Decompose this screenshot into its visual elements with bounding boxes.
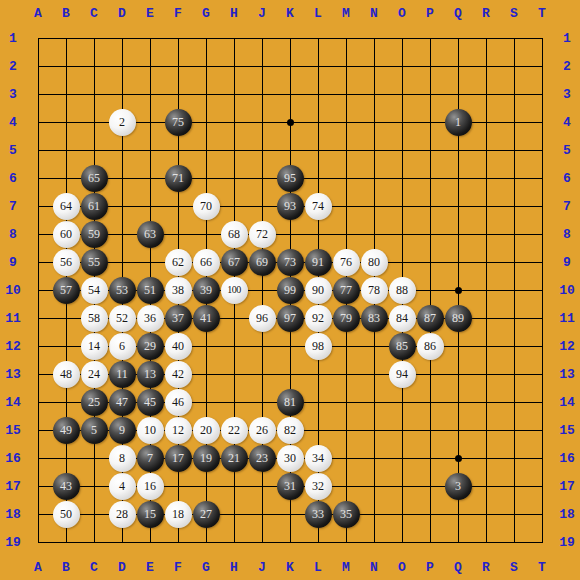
column-label: H — [220, 0, 248, 26]
row-label: 1 — [554, 24, 580, 52]
white-stone[interactable]: 100 — [221, 277, 248, 304]
white-stone[interactable]: 38 — [165, 277, 192, 304]
row-label: 1 — [0, 24, 26, 52]
column-label: P — [416, 0, 444, 26]
white-stone[interactable]: 30 — [277, 445, 304, 472]
black-stone[interactable]: 61 — [81, 193, 108, 220]
black-stone[interactable]: 53 — [109, 277, 136, 304]
black-stone[interactable]: 91 — [305, 249, 332, 276]
black-stone[interactable]: 37 — [165, 305, 192, 332]
black-stone[interactable]: 51 — [137, 277, 164, 304]
black-stone[interactable]: 9 — [109, 417, 136, 444]
column-label: T — [528, 554, 556, 580]
column-label: B — [52, 554, 80, 580]
column-label: K — [276, 0, 304, 26]
white-stone[interactable]: 10 — [137, 417, 164, 444]
star-point — [455, 287, 462, 294]
white-stone[interactable]: 40 — [165, 333, 192, 360]
row-label: 5 — [554, 136, 580, 164]
column-label: P — [416, 554, 444, 580]
column-label: E — [136, 0, 164, 26]
white-stone[interactable]: 6 — [109, 333, 136, 360]
row-label: 8 — [0, 220, 26, 248]
row-label: 15 — [554, 416, 580, 444]
white-stone[interactable]: 52 — [109, 305, 136, 332]
column-label: K — [276, 554, 304, 580]
white-stone[interactable]: 78 — [361, 277, 388, 304]
black-stone[interactable]: 95 — [277, 165, 304, 192]
column-label: R — [472, 0, 500, 26]
black-stone[interactable]: 77 — [333, 277, 360, 304]
column-label: C — [80, 0, 108, 26]
row-label: 9 — [554, 248, 580, 276]
black-stone[interactable]: 5 — [81, 417, 108, 444]
column-label: G — [192, 0, 220, 26]
black-stone[interactable]: 7 — [137, 445, 164, 472]
white-stone[interactable]: 54 — [81, 277, 108, 304]
column-label: O — [388, 554, 416, 580]
black-stone[interactable]: 89 — [445, 305, 472, 332]
column-label: O — [388, 0, 416, 26]
row-labels-right: 12345678910111213141516171819 — [554, 24, 580, 556]
black-stone[interactable]: 65 — [81, 165, 108, 192]
white-stone[interactable]: 84 — [389, 305, 416, 332]
row-label: 4 — [0, 108, 26, 136]
black-stone[interactable]: 59 — [81, 221, 108, 248]
black-stone[interactable]: 99 — [277, 277, 304, 304]
row-label: 6 — [0, 164, 26, 192]
row-label: 12 — [554, 332, 580, 360]
black-stone[interactable]: 85 — [389, 333, 416, 360]
white-stone[interactable]: 94 — [389, 361, 416, 388]
black-stone[interactable]: 23 — [249, 445, 276, 472]
column-label: G — [192, 554, 220, 580]
black-stone[interactable]: 33 — [305, 501, 332, 528]
row-label: 10 — [554, 276, 580, 304]
white-stone[interactable]: 48 — [53, 361, 80, 388]
row-label: 3 — [0, 80, 26, 108]
white-stone[interactable]: 26 — [249, 417, 276, 444]
black-stone[interactable]: 21 — [221, 445, 248, 472]
column-label: Q — [444, 554, 472, 580]
row-label: 4 — [554, 108, 580, 136]
row-label: 15 — [0, 416, 26, 444]
row-label: 2 — [554, 52, 580, 80]
black-stone[interactable]: 97 — [277, 305, 304, 332]
row-labels-left: 12345678910111213141516171819 — [0, 24, 26, 556]
column-label: E — [136, 554, 164, 580]
black-stone[interactable]: 67 — [221, 249, 248, 276]
white-stone[interactable]: 32 — [305, 473, 332, 500]
column-label: D — [108, 0, 136, 26]
black-stone[interactable]: 55 — [81, 249, 108, 276]
black-stone[interactable]: 57 — [53, 277, 80, 304]
column-label: N — [360, 554, 388, 580]
black-stone[interactable]: 17 — [165, 445, 192, 472]
row-label: 11 — [554, 304, 580, 332]
column-label: R — [472, 554, 500, 580]
black-stone[interactable]: 87 — [417, 305, 444, 332]
column-label: M — [332, 0, 360, 26]
row-label: 14 — [0, 388, 26, 416]
white-stone[interactable]: 72 — [249, 221, 276, 248]
black-stone[interactable]: 15 — [137, 501, 164, 528]
white-stone[interactable]: 34 — [305, 445, 332, 472]
white-stone[interactable]: 64 — [53, 193, 80, 220]
star-point — [455, 455, 462, 462]
white-stone[interactable]: 96 — [249, 305, 276, 332]
go-board-page: ABCDEFGHJKLMNOPQRST ABCDEFGHJKLMNOPQRST … — [0, 0, 580, 580]
white-stone[interactable]: 70 — [193, 193, 220, 220]
row-label: 13 — [0, 360, 26, 388]
white-stone[interactable]: 74 — [305, 193, 332, 220]
black-stone[interactable]: 27 — [193, 501, 220, 528]
white-stone[interactable]: 98 — [305, 333, 332, 360]
column-label: N — [360, 0, 388, 26]
row-label: 7 — [554, 192, 580, 220]
row-label: 9 — [0, 248, 26, 276]
white-stone[interactable]: 58 — [81, 305, 108, 332]
black-stone[interactable]: 47 — [109, 389, 136, 416]
column-label: Q — [444, 0, 472, 26]
white-stone[interactable]: 12 — [165, 417, 192, 444]
white-stone[interactable]: 18 — [165, 501, 192, 528]
white-stone[interactable]: 4 — [109, 473, 136, 500]
white-stone[interactable]: 90 — [305, 277, 332, 304]
column-label: J — [248, 554, 276, 580]
column-label: H — [220, 554, 248, 580]
row-label: 17 — [554, 472, 580, 500]
black-stone[interactable]: 31 — [277, 473, 304, 500]
black-stone[interactable]: 43 — [53, 473, 80, 500]
column-labels-bottom: ABCDEFGHJKLMNOPQRST — [24, 554, 556, 580]
white-stone[interactable]: 36 — [137, 305, 164, 332]
black-stone[interactable]: 71 — [165, 165, 192, 192]
black-stone[interactable]: 29 — [137, 333, 164, 360]
row-label: 19 — [0, 528, 26, 556]
column-label: A — [24, 554, 52, 580]
white-stone[interactable]: 8 — [109, 445, 136, 472]
black-stone[interactable]: 79 — [333, 305, 360, 332]
black-stone[interactable]: 93 — [277, 193, 304, 220]
row-label: 18 — [0, 500, 26, 528]
white-stone[interactable]: 86 — [417, 333, 444, 360]
column-label: L — [304, 0, 332, 26]
row-label: 14 — [554, 388, 580, 416]
row-label: 10 — [0, 276, 26, 304]
white-stone[interactable]: 68 — [221, 221, 248, 248]
black-stone[interactable]: 1 — [445, 109, 472, 136]
row-label: 5 — [0, 136, 26, 164]
column-label: S — [500, 554, 528, 580]
column-labels-top: ABCDEFGHJKLMNOPQRST — [24, 0, 556, 26]
column-label: J — [248, 0, 276, 26]
black-stone[interactable]: 39 — [193, 277, 220, 304]
column-label: T — [528, 0, 556, 26]
white-stone[interactable]: 24 — [81, 361, 108, 388]
column-label: L — [304, 554, 332, 580]
white-stone[interactable]: 56 — [53, 249, 80, 276]
white-stone[interactable]: 14 — [81, 333, 108, 360]
black-stone[interactable]: 83 — [361, 305, 388, 332]
go-board[interactable]: 1234567891011121314151617181920212223242… — [24, 24, 556, 556]
black-stone[interactable]: 13 — [137, 361, 164, 388]
black-stone[interactable]: 35 — [333, 501, 360, 528]
white-stone[interactable]: 22 — [221, 417, 248, 444]
column-label: M — [332, 554, 360, 580]
white-stone[interactable]: 2 — [109, 109, 136, 136]
white-stone[interactable]: 76 — [333, 249, 360, 276]
white-stone[interactable]: 28 — [109, 501, 136, 528]
white-stone[interactable]: 60 — [53, 221, 80, 248]
white-stone[interactable]: 62 — [165, 249, 192, 276]
column-label: S — [500, 0, 528, 26]
black-stone[interactable]: 69 — [249, 249, 276, 276]
white-stone[interactable]: 92 — [305, 305, 332, 332]
black-stone[interactable]: 81 — [277, 389, 304, 416]
white-stone[interactable]: 88 — [389, 277, 416, 304]
row-label: 3 — [554, 80, 580, 108]
black-stone[interactable]: 73 — [277, 249, 304, 276]
row-label: 13 — [554, 360, 580, 388]
black-stone[interactable]: 45 — [137, 389, 164, 416]
row-label: 18 — [554, 500, 580, 528]
white-stone[interactable]: 16 — [137, 473, 164, 500]
row-label: 19 — [554, 528, 580, 556]
star-point — [287, 119, 294, 126]
row-label: 16 — [0, 444, 26, 472]
row-label: 16 — [554, 444, 580, 472]
column-label: B — [52, 0, 80, 26]
row-label: 2 — [0, 52, 26, 80]
black-stone[interactable]: 75 — [165, 109, 192, 136]
row-label: 12 — [0, 332, 26, 360]
white-stone[interactable]: 82 — [277, 417, 304, 444]
row-label: 8 — [554, 220, 580, 248]
column-label: C — [80, 554, 108, 580]
black-stone[interactable]: 41 — [193, 305, 220, 332]
column-label: A — [24, 0, 52, 26]
row-label: 17 — [0, 472, 26, 500]
row-label: 6 — [554, 164, 580, 192]
column-label: F — [164, 0, 192, 26]
white-stone[interactable]: 66 — [193, 249, 220, 276]
black-stone[interactable]: 3 — [445, 473, 472, 500]
black-stone[interactable]: 49 — [53, 417, 80, 444]
black-stone[interactable]: 19 — [193, 445, 220, 472]
white-stone[interactable]: 46 — [165, 389, 192, 416]
row-label: 11 — [0, 304, 26, 332]
white-stone[interactable]: 80 — [361, 249, 388, 276]
white-stone[interactable]: 20 — [193, 417, 220, 444]
row-label: 7 — [0, 192, 26, 220]
black-stone[interactable]: 25 — [81, 389, 108, 416]
white-stone[interactable]: 42 — [165, 361, 192, 388]
column-label: F — [164, 554, 192, 580]
black-stone[interactable]: 11 — [109, 361, 136, 388]
column-label: D — [108, 554, 136, 580]
black-stone[interactable]: 63 — [137, 221, 164, 248]
white-stone[interactable]: 50 — [53, 501, 80, 528]
